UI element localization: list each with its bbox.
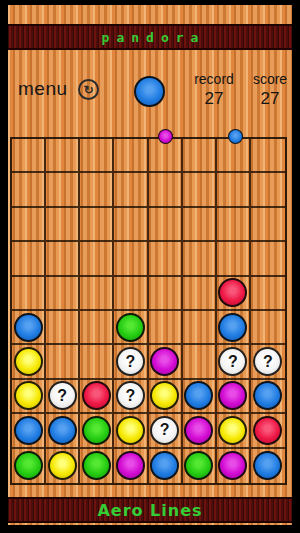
board-cell[interactable] [183,208,217,242]
board-cell[interactable] [251,173,285,207]
ball-blue[interactable] [48,416,77,445]
ball-blue[interactable] [184,381,213,410]
ball-blue[interactable] [218,313,247,342]
board-cell[interactable] [46,208,80,242]
board-cell[interactable] [183,345,217,379]
board-cell[interactable] [149,139,183,173]
ball-green[interactable] [184,451,213,480]
score-stat: score 27 [246,71,294,109]
ball-question[interactable]: ? [150,416,179,445]
ball-magenta[interactable] [116,451,145,480]
board-cell[interactable] [12,345,46,379]
ball-green[interactable] [82,451,111,480]
board-cell[interactable] [217,139,251,173]
board-cell[interactable] [12,277,46,311]
board-cell[interactable] [183,449,217,483]
ball-magenta[interactable] [218,451,247,480]
board-cell[interactable]: ? [114,345,148,379]
board-cell[interactable] [217,173,251,207]
ball-question[interactable]: ? [253,347,282,376]
incoming-ball-blue [228,129,243,144]
ball-red[interactable] [82,381,111,410]
board-cell[interactable] [46,173,80,207]
board-cell[interactable] [217,449,251,483]
board-cell[interactable] [12,173,46,207]
board-cell[interactable] [46,277,80,311]
score-label: score [246,71,294,87]
ball-magenta[interactable] [218,381,247,410]
board-cell[interactable] [217,380,251,414]
board-cell[interactable] [12,139,46,173]
board-cell[interactable] [12,242,46,276]
board-cell[interactable]: ? [217,345,251,379]
board-cell[interactable] [114,414,148,448]
score-value: 27 [246,89,294,109]
board-cell[interactable] [251,208,285,242]
ball-red[interactable] [218,278,247,307]
board-cell[interactable] [217,311,251,345]
board-cell[interactable] [114,242,148,276]
board-cell[interactable] [80,173,114,207]
ball-question[interactable]: ? [48,381,77,410]
board-cell[interactable] [149,449,183,483]
board-cell[interactable]: ? [114,380,148,414]
ball-yellow[interactable] [14,381,43,410]
board-cell[interactable] [114,311,148,345]
ball-yellow[interactable] [150,381,179,410]
board-cell[interactable] [251,139,285,173]
board-cell[interactable] [46,449,80,483]
board-cell[interactable] [251,311,285,345]
ball-question[interactable]: ? [116,347,145,376]
ball-green[interactable] [82,416,111,445]
board-cell[interactable] [80,242,114,276]
board-cell[interactable] [251,242,285,276]
board-cell[interactable] [149,311,183,345]
board-cell[interactable] [12,311,46,345]
board-cell[interactable] [114,139,148,173]
board-cell[interactable] [251,414,285,448]
board-cell[interactable] [80,449,114,483]
ball-green[interactable] [116,313,145,342]
ball-yellow[interactable] [218,416,247,445]
board-cell[interactable] [46,311,80,345]
ball-blue[interactable] [14,313,43,342]
ball-question[interactable]: ? [218,347,247,376]
board-cell[interactable] [12,449,46,483]
board-cell[interactable] [149,380,183,414]
board-cell[interactable] [251,277,285,311]
board-cell[interactable] [149,242,183,276]
board: ?????? [10,137,287,485]
board-cell[interactable] [80,139,114,173]
board-cell[interactable] [217,414,251,448]
ball-magenta[interactable] [184,416,213,445]
ball-red[interactable] [253,416,282,445]
board-cell[interactable] [183,242,217,276]
board-cell[interactable] [80,277,114,311]
board-cell[interactable] [217,277,251,311]
record-label: record [187,71,241,87]
restart-icon[interactable]: ↻ [78,79,99,100]
board-cell[interactable] [217,208,251,242]
board-cell[interactable] [80,208,114,242]
incoming-ball-magenta [158,129,173,144]
ball-question[interactable]: ? [116,381,145,410]
board-cell[interactable] [46,139,80,173]
board-cell[interactable] [217,242,251,276]
ball-magenta[interactable] [150,347,179,376]
board-cell[interactable] [183,173,217,207]
ball-green[interactable] [14,451,43,480]
board-cell[interactable] [183,139,217,173]
board-cell[interactable] [80,414,114,448]
ball-blue[interactable] [253,381,282,410]
board-cell[interactable] [149,345,183,379]
ball-yellow[interactable] [14,347,43,376]
board-cell[interactable]: ? [251,345,285,379]
board-cell[interactable] [114,277,148,311]
board-cell[interactable] [149,208,183,242]
board-cell[interactable] [80,345,114,379]
board-cell[interactable] [183,414,217,448]
board-cell[interactable] [114,449,148,483]
ball-yellow[interactable] [48,451,77,480]
board-cell[interactable] [114,173,148,207]
board-cell[interactable] [149,173,183,207]
board-cell[interactable] [12,208,46,242]
board-cell[interactable]: ? [46,380,80,414]
board-cell[interactable] [80,311,114,345]
game-title: Aero Lines [97,501,202,520]
board-cell[interactable] [183,380,217,414]
board-cell[interactable] [80,380,114,414]
board-cell[interactable] [183,277,217,311]
ball-blue[interactable] [14,416,43,445]
current-ball-indicator [134,76,165,107]
board-cell[interactable] [12,380,46,414]
record-value: 27 [187,89,241,109]
board-cell[interactable] [251,380,285,414]
board-cell[interactable]: ? [149,414,183,448]
ball-blue[interactable] [150,451,179,480]
top-title-bar: pandora [8,24,292,50]
bottom-title-bar: Aero Lines [8,497,292,523]
board-cell[interactable] [12,414,46,448]
ball-yellow[interactable] [116,416,145,445]
board-cell[interactable] [114,208,148,242]
menu-button[interactable]: menu [18,78,68,100]
record-stat: record 27 [187,71,241,109]
board-cell[interactable] [46,345,80,379]
ball-blue[interactable] [253,451,282,480]
board-cell[interactable] [46,242,80,276]
board-cell[interactable] [183,311,217,345]
board-cell[interactable] [251,449,285,483]
board-cell[interactable] [46,414,80,448]
app-title: pandora [95,30,206,45]
board-cell[interactable] [149,277,183,311]
